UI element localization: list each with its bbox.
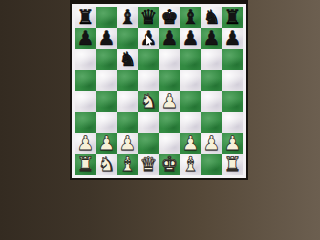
piece-white-knight[interactable]: ♞ xyxy=(98,154,116,174)
square-c8[interactable]: ♝ xyxy=(117,7,138,28)
piece-black-pawn[interactable]: ♟ xyxy=(98,28,116,48)
piece-black-bishop[interactable]: ♝ xyxy=(182,7,200,27)
chess-board-grid: ♜♝♛♚♝♞♜♟♟♟♟♟♟♟♞♞♟♟♟♟♟♟♟♜♞♝♛♚♝♜ xyxy=(75,7,243,175)
piece-white-bishop[interactable]: ♝ xyxy=(119,154,137,174)
piece-white-pawn[interactable]: ♟ xyxy=(182,133,200,153)
piece-black-knight[interactable]: ♞ xyxy=(119,49,137,69)
piece-white-pawn[interactable]: ♟ xyxy=(224,133,242,153)
square-e6[interactable] xyxy=(159,49,180,70)
square-f6[interactable] xyxy=(180,49,201,70)
square-a5[interactable] xyxy=(75,70,96,91)
square-d1[interactable]: ♛ xyxy=(138,154,159,175)
piece-white-knight[interactable]: ♞ xyxy=(140,91,158,111)
square-d6[interactable] xyxy=(138,49,159,70)
square-g1[interactable] xyxy=(201,154,222,175)
square-g6[interactable] xyxy=(201,49,222,70)
piece-black-king[interactable]: ♚ xyxy=(161,7,179,27)
piece-white-king[interactable]: ♚ xyxy=(161,154,179,174)
square-b5[interactable] xyxy=(96,70,117,91)
square-e4[interactable]: ♟ xyxy=(159,91,180,112)
piece-black-queen[interactable]: ♛ xyxy=(140,7,158,27)
piece-white-pawn[interactable]: ♟ xyxy=(98,133,116,153)
piece-black-rook[interactable]: ♜ xyxy=(77,7,95,27)
square-h6[interactable] xyxy=(222,49,243,70)
square-h5[interactable] xyxy=(222,70,243,91)
square-b6[interactable] xyxy=(96,49,117,70)
square-g5[interactable] xyxy=(201,70,222,91)
piece-black-bishop[interactable]: ♝ xyxy=(119,7,137,27)
square-h1[interactable]: ♜ xyxy=(222,154,243,175)
piece-white-pawn[interactable]: ♟ xyxy=(77,133,95,153)
square-d4[interactable]: ♞ xyxy=(138,91,159,112)
piece-black-knight[interactable]: ♞ xyxy=(203,7,221,27)
background: { "game": "chess", "position": { "fen": … xyxy=(0,0,320,180)
piece-black-pawn[interactable]: ♟ xyxy=(161,28,179,48)
square-b1[interactable]: ♞ xyxy=(96,154,117,175)
square-g4[interactable] xyxy=(201,91,222,112)
piece-white-bishop[interactable]: ♝ xyxy=(182,154,200,174)
square-h7[interactable]: ♟ xyxy=(222,28,243,49)
square-e1[interactable]: ♚ xyxy=(159,154,180,175)
square-e3[interactable] xyxy=(159,112,180,133)
piece-black-rook[interactable]: ♜ xyxy=(224,7,242,27)
square-h4[interactable] xyxy=(222,91,243,112)
square-d3[interactable] xyxy=(138,112,159,133)
piece-white-queen[interactable]: ♛ xyxy=(140,154,158,174)
square-f4[interactable] xyxy=(180,91,201,112)
square-a6[interactable] xyxy=(75,49,96,70)
square-a1[interactable]: ♜ xyxy=(75,154,96,175)
square-c5[interactable] xyxy=(117,70,138,91)
piece-black-pawn[interactable]: ♟ xyxy=(224,28,242,48)
piece-black-pawn[interactable]: ♟ xyxy=(182,28,200,48)
board-frame: ♜♝♛♚♝♞♜♟♟♟♟♟♟♟♞♞♟♟♟♟♟♟♟♜♞♝♛♚♝♜ xyxy=(72,4,246,178)
square-g2[interactable]: ♟ xyxy=(201,133,222,154)
square-a4[interactable] xyxy=(75,91,96,112)
square-f5[interactable] xyxy=(180,70,201,91)
piece-black-pawn[interactable]: ♟ xyxy=(77,28,95,48)
board: ♜♝♛♚♝♞♜♟♟♟♟♟♟♟♞♞♟♟♟♟♟♟♟♜♞♝♛♚♝♜ xyxy=(70,0,248,180)
piece-black-pawn[interactable]: ♟ xyxy=(203,28,221,48)
square-f1[interactable]: ♝ xyxy=(180,154,201,175)
square-e7[interactable]: ♟ xyxy=(159,28,180,49)
square-b7[interactable]: ♟ xyxy=(96,28,117,49)
square-c1[interactable]: ♝ xyxy=(117,154,138,175)
piece-white-pawn[interactable]: ♟ xyxy=(119,133,137,153)
square-a7[interactable]: ♟ xyxy=(75,28,96,49)
square-c4[interactable] xyxy=(117,91,138,112)
piece-white-pawn[interactable]: ♟ xyxy=(203,133,221,153)
square-b4[interactable] xyxy=(96,91,117,112)
piece-white-rook[interactable]: ♜ xyxy=(77,154,95,174)
piece-white-pawn[interactable]: ♟ xyxy=(161,91,179,111)
piece-white-rook[interactable]: ♜ xyxy=(224,154,242,174)
square-c6[interactable]: ♞ xyxy=(117,49,138,70)
square-g7[interactable]: ♟ xyxy=(201,28,222,49)
square-f7[interactable]: ♟ xyxy=(180,28,201,49)
piece-black-pawn[interactable]: ♟ xyxy=(140,28,158,48)
